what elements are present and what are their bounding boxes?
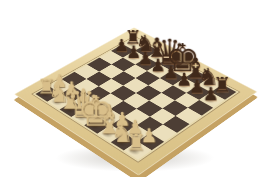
square-h6[interactable] — [188, 99, 214, 115]
piece-black-pawn: ♟ — [203, 85, 219, 103]
chess-board: ♜♞♝♛♚♝♞♜♟♟♟♟♟♟♟♟♟♟♟♟♟♟♟♟♜♞♝♛♚♝♞♜ — [35, 37, 236, 159]
square-h1[interactable]: ♜ — [124, 141, 151, 159]
board-3d-wrap: ♜♞♝♛♚♝♞♜♟♟♟♟♟♟♟♟♟♟♟♟♟♟♟♟♜♞♝♛♚♝♞♜ — [14, 27, 257, 175]
board-frame: ♜♞♝♛♚♝♞♜♟♟♟♟♟♟♟♟♟♟♟♟♟♟♟♟♜♞♝♛♚♝♞♜ — [14, 27, 257, 175]
chess-set-photo: ♜♞♝♛♚♝♞♜♟♟♟♟♟♟♟♟♟♟♟♟♟♟♟♟♜♞♝♛♚♝♞♜ — [0, 0, 270, 177]
piece-white-rook: ♜ — [126, 131, 147, 154]
